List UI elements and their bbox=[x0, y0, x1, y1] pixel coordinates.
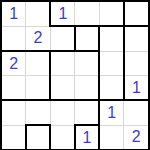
cell-r5c6[interactable] bbox=[124, 100, 149, 125]
board-row-3: 2 bbox=[1, 51, 149, 76]
cell-r5c1[interactable] bbox=[1, 100, 26, 125]
cell-r2c4[interactable] bbox=[75, 26, 99, 51]
given-number-r3c1: 2 bbox=[9, 55, 18, 72]
cell-r4c5[interactable] bbox=[99, 76, 124, 101]
cell-r1c6[interactable] bbox=[124, 1, 149, 26]
cell-r6c2[interactable] bbox=[26, 125, 51, 150]
cell-r5c5[interactable]: 1 bbox=[99, 100, 124, 125]
given-number-r2c2: 2 bbox=[34, 29, 43, 46]
cell-r6c1[interactable] bbox=[1, 125, 26, 150]
cell-r3c6[interactable] bbox=[124, 51, 149, 76]
cell-r2c3[interactable] bbox=[50, 26, 75, 51]
cell-r4c2[interactable] bbox=[26, 76, 51, 101]
board-row-5: 1 bbox=[1, 100, 149, 125]
cell-r6c5[interactable] bbox=[99, 125, 124, 150]
cell-r4c3[interactable] bbox=[50, 76, 75, 101]
given-number-r1c3: 1 bbox=[58, 5, 67, 22]
cell-r6c6[interactable]: 2 bbox=[124, 125, 149, 150]
cell-r4c1[interactable] bbox=[1, 76, 26, 101]
cell-r1c2[interactable] bbox=[26, 1, 51, 26]
cell-r1c3[interactable]: 1 bbox=[50, 1, 75, 26]
cell-r4c6[interactable]: 1 bbox=[124, 76, 149, 101]
cell-r3c4[interactable] bbox=[75, 51, 99, 76]
board-row-1: 11 bbox=[1, 1, 149, 26]
cell-r3c1[interactable]: 2 bbox=[1, 51, 26, 76]
cell-r2c1[interactable] bbox=[1, 26, 26, 51]
board-row-6: 12 bbox=[1, 125, 149, 150]
cell-r1c5[interactable] bbox=[99, 1, 124, 26]
cell-r1c1[interactable]: 1 bbox=[1, 1, 26, 26]
board-row-4: 1 bbox=[1, 76, 149, 101]
given-number-r1c1: 1 bbox=[9, 5, 18, 22]
cell-r2c2[interactable]: 2 bbox=[26, 26, 51, 51]
cell-r1c4[interactable] bbox=[75, 1, 99, 26]
puzzle-board-container: 11221112 bbox=[0, 0, 150, 150]
given-number-r4c6: 1 bbox=[132, 79, 141, 96]
cell-r4c4[interactable] bbox=[75, 76, 99, 101]
cell-r5c3[interactable] bbox=[50, 100, 75, 125]
given-number-r6c6: 2 bbox=[132, 128, 141, 145]
cell-r3c3[interactable] bbox=[50, 51, 75, 76]
cell-r2c6[interactable] bbox=[124, 26, 149, 51]
given-number-r5c5: 1 bbox=[107, 104, 116, 121]
given-number-r6c4: 1 bbox=[83, 129, 92, 146]
cell-r5c4[interactable] bbox=[75, 100, 99, 125]
cell-r3c2[interactable] bbox=[26, 51, 51, 76]
cell-r6c4[interactable]: 1 bbox=[75, 125, 99, 150]
cell-r5c2[interactable] bbox=[26, 100, 51, 125]
board-cells: 11221112 bbox=[1, 1, 149, 150]
cell-r6c3[interactable] bbox=[50, 125, 75, 150]
board-row-2: 2 bbox=[1, 26, 149, 51]
cell-r2c5[interactable] bbox=[99, 26, 124, 51]
cell-r3c5[interactable] bbox=[99, 51, 124, 76]
puzzle-board: 11221112 bbox=[0, 0, 150, 150]
